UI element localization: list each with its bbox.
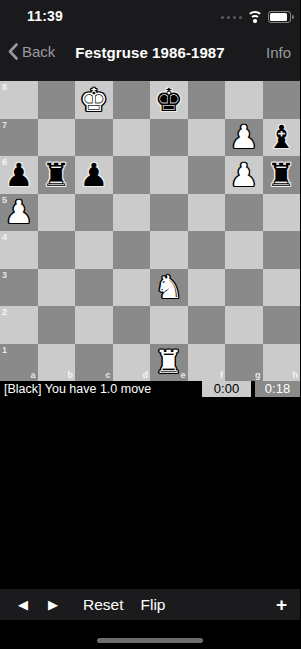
white-pawn-g6[interactable]: ♟	[225, 156, 263, 194]
square-b5[interactable]	[38, 194, 76, 232]
square-h8[interactable]	[263, 81, 301, 119]
square-a7[interactable]: 7	[0, 119, 38, 157]
square-d2[interactable]	[113, 306, 151, 344]
square-d4[interactable]	[113, 231, 151, 269]
previous-move-button[interactable]: ◀	[18, 597, 28, 612]
white-rook-e1[interactable]: ♜	[150, 344, 188, 382]
black-pawn-a6[interactable]: ♟	[0, 156, 38, 194]
black-king-e8[interactable]: ♚	[150, 81, 188, 119]
square-h4[interactable]	[263, 231, 301, 269]
square-c6[interactable]: ♟	[75, 156, 113, 194]
square-g6[interactable]: ♟	[225, 156, 263, 194]
square-f7[interactable]	[188, 119, 226, 157]
square-d8[interactable]	[113, 81, 151, 119]
move-status-text: [Black] You have 1.0 move	[0, 381, 202, 397]
file-label-d: d	[143, 370, 149, 380]
black-rook-h6[interactable]: ♜	[263, 156, 301, 194]
square-h1[interactable]: h	[263, 344, 301, 382]
status-bar: 11:39	[0, 8, 300, 26]
square-c5[interactable]	[75, 194, 113, 232]
file-label-f: f	[220, 370, 223, 380]
status-time: 11:39	[27, 8, 63, 24]
square-c3[interactable]	[75, 269, 113, 307]
white-pawn-g7[interactable]: ♟	[225, 119, 263, 157]
home-indicator[interactable]	[97, 638, 203, 643]
white-king-c8[interactable]: ♚	[75, 81, 113, 119]
next-move-button[interactable]: ▶	[48, 597, 58, 612]
square-g2[interactable]	[225, 306, 263, 344]
rank-label-2: 2	[2, 307, 7, 317]
file-label-b: b	[68, 370, 74, 380]
square-h3[interactable]	[263, 269, 301, 307]
navigation-bar: Back Festgruse 1986-1987 Info	[0, 36, 300, 70]
square-c1[interactable]: c	[75, 344, 113, 382]
square-b4[interactable]	[38, 231, 76, 269]
square-h7[interactable]: ♝	[263, 119, 301, 157]
square-h5[interactable]	[263, 194, 301, 232]
square-a3[interactable]: 3	[0, 269, 38, 307]
square-g7[interactable]: ♟	[225, 119, 263, 157]
square-c4[interactable]	[75, 231, 113, 269]
square-a8[interactable]: 8	[0, 81, 38, 119]
wifi-icon	[247, 11, 263, 23]
game-status-bar: [Black] You have 1.0 move 0:00 0:18	[0, 381, 300, 397]
square-b6[interactable]: ♜	[38, 156, 76, 194]
square-a2[interactable]: 2	[0, 306, 38, 344]
square-e3[interactable]: ♞	[150, 269, 188, 307]
header: 11:39 Back Festgruse 1986-1987 Info	[0, 0, 300, 81]
rank-label-1: 1	[2, 345, 7, 355]
square-e6[interactable]	[150, 156, 188, 194]
square-a4[interactable]: 4	[0, 231, 38, 269]
rank-label-4: 4	[2, 232, 7, 242]
square-e4[interactable]	[150, 231, 188, 269]
square-f6[interactable]	[188, 156, 226, 194]
square-f1[interactable]: f	[188, 344, 226, 382]
square-c8[interactable]: ♚	[75, 81, 113, 119]
cellular-signal-icon	[221, 16, 242, 19]
square-b7[interactable]	[38, 119, 76, 157]
file-label-a: a	[30, 370, 35, 380]
square-d3[interactable]	[113, 269, 151, 307]
square-a6[interactable]: 6♟	[0, 156, 38, 194]
black-pawn-c6[interactable]: ♟	[75, 156, 113, 194]
square-g1[interactable]: g	[225, 344, 263, 382]
square-b3[interactable]	[38, 269, 76, 307]
square-a1[interactable]: 1a	[0, 344, 38, 382]
square-f8[interactable]	[188, 81, 226, 119]
square-e8[interactable]: ♚	[150, 81, 188, 119]
status-icons	[221, 11, 291, 23]
file-label-g: g	[255, 370, 261, 380]
square-h2[interactable]	[263, 306, 301, 344]
chess-board[interactable]: 8♚♚7♟♝6♟♜♟♟♜5♟43♞21abcde♜fgh	[0, 81, 300, 381]
rank-label-8: 8	[2, 82, 7, 92]
white-clock: 0:00	[202, 381, 251, 397]
square-g4[interactable]	[225, 231, 263, 269]
app-screen: 11:39 Back Festgruse 1986-1987 Info 8♚♚7…	[0, 0, 300, 649]
square-b2[interactable]	[38, 306, 76, 344]
reset-button[interactable]: Reset	[83, 596, 124, 614]
square-c2[interactable]	[75, 306, 113, 344]
battery-icon	[268, 11, 291, 23]
square-d7[interactable]	[113, 119, 151, 157]
rank-label-3: 3	[2, 270, 7, 280]
black-clock: 0:18	[255, 381, 300, 397]
square-c7[interactable]	[75, 119, 113, 157]
square-d6[interactable]	[113, 156, 151, 194]
square-d5[interactable]	[113, 194, 151, 232]
file-label-c: c	[105, 370, 110, 380]
square-e5[interactable]	[150, 194, 188, 232]
square-e7[interactable]	[150, 119, 188, 157]
square-f2[interactable]	[188, 306, 226, 344]
black-rook-b6[interactable]: ♜	[38, 156, 76, 194]
square-g3[interactable]	[225, 269, 263, 307]
flip-button[interactable]: Flip	[141, 596, 166, 614]
black-bishop-h7[interactable]: ♝	[263, 119, 301, 157]
add-button[interactable]: +	[276, 595, 287, 614]
square-g8[interactable]	[225, 81, 263, 119]
square-f3[interactable]	[188, 269, 226, 307]
bottom-toolbar: ◀ ▶ Reset Flip +	[0, 589, 300, 620]
square-f4[interactable]	[188, 231, 226, 269]
square-g5[interactable]	[225, 194, 263, 232]
info-button[interactable]: Info	[266, 44, 291, 61]
square-b1[interactable]: b	[38, 344, 76, 382]
rank-label-7: 7	[2, 120, 7, 130]
square-h6[interactable]: ♜	[263, 156, 301, 194]
square-e1[interactable]: e♜	[150, 344, 188, 382]
square-f5[interactable]	[188, 194, 226, 232]
square-a5[interactable]: 5♟	[0, 194, 38, 232]
white-knight-e3[interactable]: ♞	[150, 269, 188, 307]
square-d1[interactable]: d	[113, 344, 151, 382]
white-pawn-a5[interactable]: ♟	[0, 194, 38, 232]
square-e2[interactable]	[150, 306, 188, 344]
page-title: Festgruse 1986-1987	[0, 44, 300, 61]
square-b8[interactable]	[38, 81, 76, 119]
file-label-h: h	[293, 370, 299, 380]
